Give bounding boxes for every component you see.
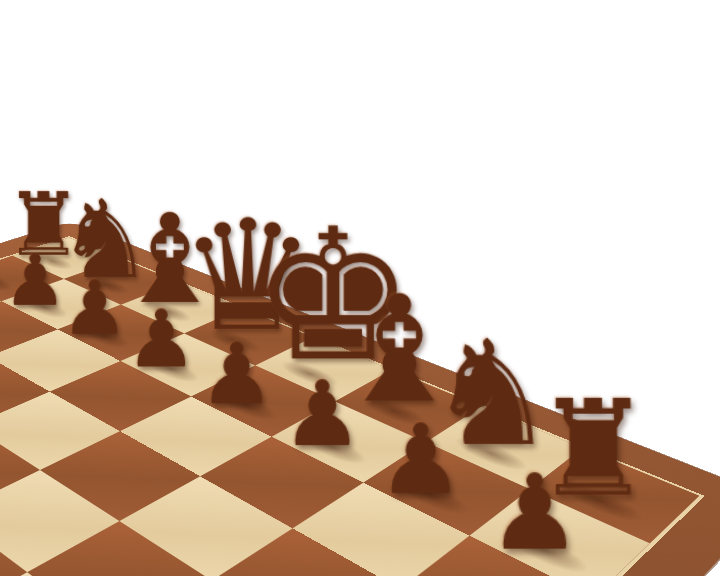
board-squares: ♜♞♝♛♚♝♞♜♟♟♟♟♟♟♟♟ [0, 236, 705, 576]
black-pawn-g7[interactable]: ♟ [362, 414, 480, 503]
chess-board: ♜♞♝♛♚♝♞♜♟♟♟♟♟♟♟♟ [0, 221, 720, 576]
black-pawn-h7[interactable]: ♟ [471, 464, 599, 560]
photo-canvas: ♜♞♝♛♚♝♞♜♟♟♟♟♟♟♟♟ [0, 0, 720, 576]
board-border: ♜♞♝♛♚♝♞♜♟♟♟♟♟♟♟♟ [0, 221, 720, 576]
